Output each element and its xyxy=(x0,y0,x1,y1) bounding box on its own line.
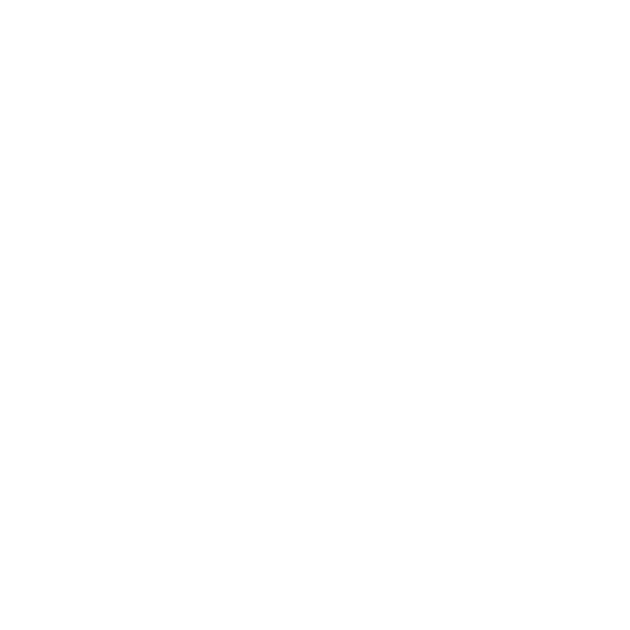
folding-chess-box xyxy=(0,0,630,630)
chess-set-photo-scene xyxy=(0,0,630,630)
